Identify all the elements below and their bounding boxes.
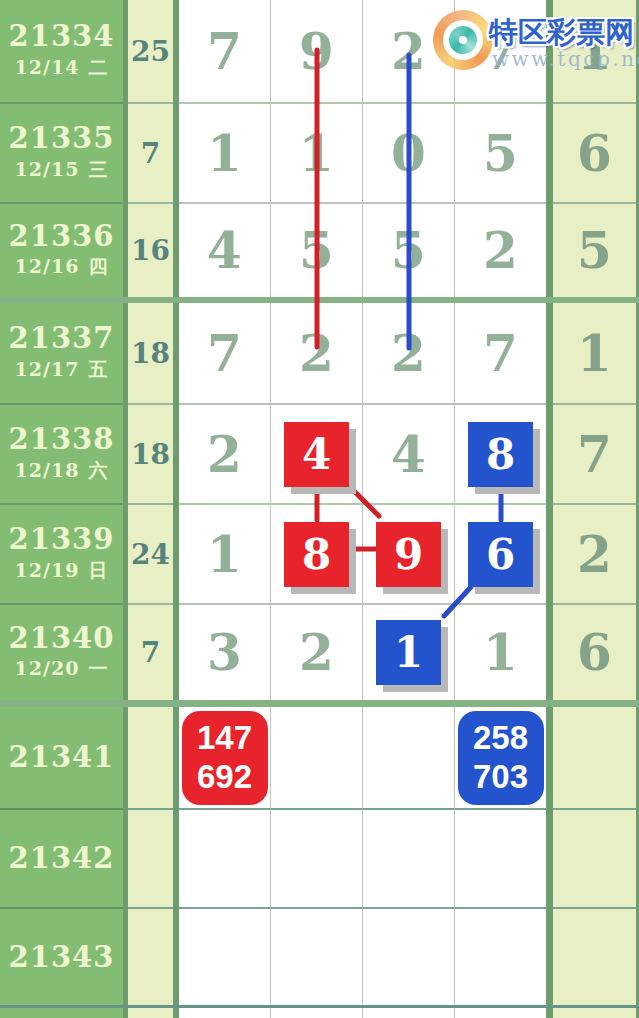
sum-cell (128, 907, 173, 1005)
digit-cell (363, 707, 455, 808)
digit-cell: 4 (179, 202, 271, 297)
grid-border (546, 403, 553, 503)
digit-cell: 2 (363, 0, 455, 102)
row-21335: 2133512/15三711056 (0, 102, 639, 202)
digit: 2 (299, 324, 334, 383)
digit: 3 (207, 623, 242, 682)
issue-cell: 2133612/16四 (0, 202, 123, 297)
sum-cell: 18 (128, 303, 173, 403)
digit-cell: 2 (179, 403, 271, 503)
digit-cell (271, 1008, 363, 1018)
issue-number: 21342 (9, 843, 115, 873)
digit-cell: 3 (179, 603, 271, 700)
digit-cell: 7 (455, 0, 546, 102)
grid-border (546, 503, 553, 603)
digit-cell: 1 (271, 102, 363, 202)
row-21336: 2133612/16四1645525 (0, 202, 639, 297)
issue-cell: 21343 (0, 907, 123, 1005)
row-partial (0, 1008, 639, 1018)
date-text: 12/17 (15, 358, 80, 380)
weekday-text: 五 (88, 358, 108, 380)
sum-cell: 16 (128, 202, 173, 297)
digit: 2 (391, 22, 426, 81)
grid-border (546, 907, 553, 1005)
forecast-box-red: 147692 (182, 711, 268, 805)
sum-cell (128, 707, 173, 808)
issue-number: 21337 (9, 323, 115, 353)
draw-date: 12/17五 (15, 357, 109, 383)
digit-cell: 2 (363, 303, 455, 403)
sum-cell: 18 (128, 403, 173, 503)
digit-cell: 9 (271, 0, 363, 102)
row-21342: 21342 (0, 808, 639, 907)
digit-cell: 8 (455, 403, 546, 503)
digit: 4 (391, 425, 426, 484)
row-21334: 2133412/14二2579271 (0, 0, 639, 102)
issue-cell (0, 1008, 123, 1018)
digit-cell (271, 907, 363, 1005)
row-21340: 2134012/20一732116 (0, 603, 639, 700)
draw-date: 12/20一 (15, 656, 109, 682)
grid-border (546, 707, 553, 808)
issue-cell: 2133512/15三 (0, 102, 123, 202)
issue-cell: 21342 (0, 808, 123, 907)
digit-cell (455, 1008, 546, 1018)
digit: 1 (299, 124, 334, 183)
issue-cell: 2133812/18六 (0, 403, 123, 503)
row-21339: 2133912/19日2418962 (0, 503, 639, 603)
draw-date: 12/19日 (15, 558, 109, 584)
digit-cell (179, 1008, 271, 1018)
sum-cell (128, 808, 173, 907)
digit-cell-last (553, 907, 636, 1005)
digit-cell (271, 707, 363, 808)
grid-border (546, 603, 553, 700)
digit: 2 (207, 425, 242, 484)
digit: 2 (483, 221, 518, 280)
digit: 1 (207, 124, 242, 183)
weekday-text: 日 (88, 559, 108, 581)
digit: 4 (207, 221, 242, 280)
digit-cell-last: 2 (553, 503, 636, 603)
digit-cell: 147692 (179, 707, 271, 808)
digit-cell: 2 (455, 202, 546, 297)
digit-cell: 5 (363, 202, 455, 297)
grid-border (546, 202, 553, 297)
digit-cell (179, 808, 271, 907)
issue-cell: 2134012/20一 (0, 603, 123, 700)
digit: 7 (483, 324, 518, 383)
draw-date: 12/14二 (15, 55, 109, 81)
digit-cell: 1 (455, 603, 546, 700)
issue-number: 21339 (9, 524, 115, 554)
date-text: 12/19 (15, 559, 80, 581)
date-text: 12/15 (15, 158, 80, 180)
digit: 1 (207, 525, 242, 584)
forecast-line: 258 (473, 719, 528, 757)
digit-cell-last: 1 (553, 303, 636, 403)
issue-number: 21336 (9, 221, 115, 251)
issue-number: 21341 (9, 742, 115, 772)
digit-cell (363, 907, 455, 1005)
highlighted-digit-blue: 8 (468, 422, 533, 487)
grid-border (546, 0, 553, 102)
sum-cell: 24 (128, 503, 173, 603)
digit-cell-last (553, 808, 636, 907)
lottery-trend-chart-page: 2133412/14二25792712133512/15三71105621336… (0, 0, 639, 1018)
sum-cell (128, 1008, 173, 1018)
grid-border (546, 102, 553, 202)
sum-cell: 7 (128, 102, 173, 202)
digit-cell (179, 907, 271, 1005)
digit-cell: 2 (271, 303, 363, 403)
digit-cell: 258703 (455, 707, 546, 808)
digit: 9 (299, 22, 334, 81)
digit-cell (363, 1008, 455, 1018)
digit: 0 (391, 124, 426, 183)
digit-cell-last: 6 (553, 102, 636, 202)
issue-number: 21338 (9, 424, 115, 454)
issue-number: 21340 (9, 623, 115, 653)
digit: 2 (299, 623, 334, 682)
sum-cell: 25 (128, 0, 173, 102)
row-separator (0, 700, 639, 707)
digit: 5 (483, 124, 518, 183)
highlighted-digit-blue: 6 (468, 522, 533, 587)
weekday-text: 三 (88, 158, 108, 180)
forecast-line: 703 (473, 758, 528, 796)
digit-cell: 1 (363, 603, 455, 700)
issue-number: 21335 (9, 123, 115, 153)
grid-border (546, 303, 553, 403)
issue-cell: 2133412/14二 (0, 0, 123, 102)
digit-cell: 1 (179, 503, 271, 603)
weekday-text: 一 (88, 657, 108, 679)
digit-cell: 4 (271, 403, 363, 503)
digit-cell: 7 (455, 303, 546, 403)
highlighted-digit-red: 8 (284, 522, 349, 587)
forecast-line: 692 (197, 758, 252, 796)
weekday-text: 六 (88, 459, 108, 481)
forecast-box-blue: 258703 (458, 711, 544, 805)
digit-cell-last: 5 (553, 202, 636, 297)
issue-number: 21334 (9, 21, 115, 51)
digit-cell (455, 907, 546, 1005)
issue-cell: 21341 (0, 707, 123, 808)
grid-border (546, 808, 553, 907)
digit-cell: 9 (363, 503, 455, 603)
weekday-text: 四 (88, 255, 108, 277)
digit-cell (363, 808, 455, 907)
digit: 7 (483, 22, 518, 81)
row-21341: 21341147692258703 (0, 707, 639, 808)
row-21337: 2133712/17五1872271 (0, 303, 639, 403)
draw-date: 12/18六 (15, 458, 109, 484)
digit: 2 (391, 324, 426, 383)
row-21343: 21343 (0, 907, 639, 1005)
date-text: 12/18 (15, 459, 80, 481)
digit-cell: 7 (179, 303, 271, 403)
digit: 1 (483, 623, 518, 682)
issue-cell: 2133912/19日 (0, 503, 123, 603)
row-21338: 2133812/18六1824487 (0, 403, 639, 503)
weekday-text: 二 (88, 56, 108, 78)
digit: 5 (391, 221, 426, 280)
digit-cell: 5 (271, 202, 363, 297)
issue-number: 21343 (9, 942, 115, 972)
highlighted-digit-blue: 1 (376, 620, 441, 685)
digit-cell: 2 (271, 603, 363, 700)
digit-cell-last: 6 (553, 603, 636, 700)
digit: 7 (207, 22, 242, 81)
forecast-line: 147 (197, 719, 252, 757)
draw-date: 12/16四 (15, 254, 109, 280)
digit-cell-last (553, 707, 636, 808)
digit-cell: 5 (455, 102, 546, 202)
digit-cell: 0 (363, 102, 455, 202)
sum-cell: 7 (128, 603, 173, 700)
digit-cell (455, 808, 546, 907)
digit: 7 (207, 324, 242, 383)
date-text: 12/14 (15, 56, 80, 78)
date-text: 12/16 (15, 255, 80, 277)
chart-grid: 2133412/14二25792712133512/15三71105621336… (0, 0, 639, 1018)
digit-cell-last: 1 (553, 0, 636, 102)
grid-border (546, 1008, 553, 1018)
draw-date: 12/15三 (15, 157, 109, 183)
highlighted-digit-red: 4 (284, 422, 349, 487)
digit-cell (271, 808, 363, 907)
digit-cell: 4 (363, 403, 455, 503)
digit-cell-last (553, 1008, 636, 1018)
digit-cell: 6 (455, 503, 546, 603)
digit-cell: 8 (271, 503, 363, 603)
digit-cell: 7 (179, 0, 271, 102)
digit: 5 (299, 221, 334, 280)
highlighted-digit-red: 9 (376, 522, 441, 587)
digit-cell: 1 (179, 102, 271, 202)
date-text: 12/20 (15, 657, 80, 679)
digit-cell-last: 7 (553, 403, 636, 503)
issue-cell: 2133712/17五 (0, 303, 123, 403)
